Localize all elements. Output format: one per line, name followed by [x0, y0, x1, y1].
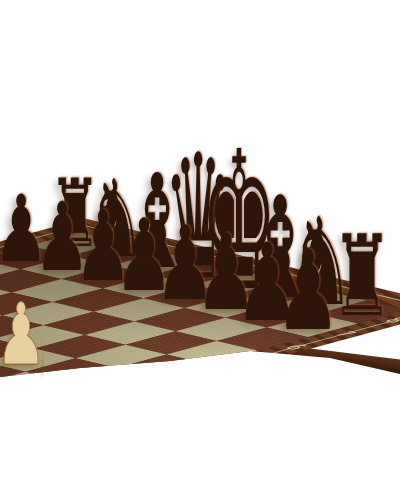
piece-black-pawn-h7[interactable]: ♟	[275, 236, 340, 347]
chess-set-photo: 12345678 ♜♟♞♟♟♝♜♟♟♛♞♟♟♚♝♟♟♝♛♟♟♞♚♟♟♜♝♟♟♞♟…	[0, 0, 400, 498]
rank-label-5: 5	[230, 357, 260, 365]
rank-label-3: 3	[130, 384, 160, 392]
pieces-layer: ♜♟♞♟♟♝♜♟♟♛♞♟♟♚♝♟♟♝♛♟♟♞♚♟♟♜♝♟♟♞♟♜	[0, 0, 400, 498]
rank-label-4: 4	[180, 370, 210, 378]
square-h3[interactable]	[67, 368, 158, 391]
rank-label-2: 2	[80, 397, 110, 405]
